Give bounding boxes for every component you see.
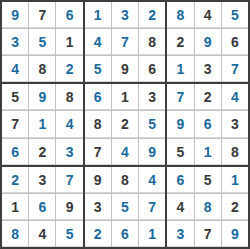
cell-r6c6[interactable]: 9 [139, 139, 165, 165]
cell-r3c3[interactable]: 2 [56, 56, 82, 82]
cell-r7c1[interactable]: 2 [2, 167, 28, 193]
cell-r5c8[interactable]: 6 [195, 111, 221, 137]
cell-r8c3[interactable]: 9 [56, 194, 82, 220]
cell-r4c2[interactable]: 9 [29, 84, 55, 110]
cell-r1c1[interactable]: 9 [2, 2, 28, 28]
cell-r4c8[interactable]: 2 [195, 84, 221, 110]
cell-r1c9[interactable]: 5 [222, 2, 248, 28]
cell-r1c3[interactable]: 6 [56, 2, 82, 28]
cell-r9c7[interactable]: 3 [167, 221, 193, 247]
cell-r5c5[interactable]: 2 [112, 111, 138, 137]
cell-r7c8[interactable]: 5 [195, 167, 221, 193]
cell-r7c9[interactable]: 1 [222, 167, 248, 193]
cell-r5c9[interactable]: 3 [222, 111, 248, 137]
cell-r1c4[interactable]: 1 [85, 2, 111, 28]
cell-r8c4[interactable]: 3 [85, 194, 111, 220]
cell-r7c3[interactable]: 7 [56, 167, 82, 193]
cell-r9c2[interactable]: 4 [29, 221, 55, 247]
cell-r3c1[interactable]: 4 [2, 56, 28, 82]
cell-r3c4[interactable]: 5 [85, 56, 111, 82]
cell-r8c7[interactable]: 4 [167, 194, 193, 220]
cell-r5c6[interactable]: 5 [139, 111, 165, 137]
sudoku-box-2: 132478596 [85, 2, 166, 82]
cell-r9c6[interactable]: 1 [139, 221, 165, 247]
cell-r8c1[interactable]: 1 [2, 194, 28, 220]
cell-r3c5[interactable]: 9 [112, 56, 138, 82]
cell-r6c3[interactable]: 3 [56, 139, 82, 165]
sudoku-box-6: 724963518 [167, 84, 248, 164]
cell-r9c5[interactable]: 6 [112, 221, 138, 247]
cell-r4c6[interactable]: 3 [139, 84, 165, 110]
cell-r7c2[interactable]: 3 [29, 167, 55, 193]
cell-r1c2[interactable]: 7 [29, 2, 55, 28]
cell-r6c7[interactable]: 5 [167, 139, 193, 165]
cell-r3c8[interactable]: 3 [195, 56, 221, 82]
sudoku-box-9: 651482379 [167, 167, 248, 247]
cell-r2c3[interactable]: 1 [56, 29, 82, 55]
cell-r4c1[interactable]: 5 [2, 84, 28, 110]
cell-r4c9[interactable]: 4 [222, 84, 248, 110]
sudoku-page: 9763514821324785968452961375987146236138… [0, 0, 250, 249]
cell-r7c6[interactable]: 4 [139, 167, 165, 193]
cell-r3c7[interactable]: 1 [167, 56, 193, 82]
sudoku-box-8: 984357261 [85, 167, 166, 247]
cell-r2c8[interactable]: 9 [195, 29, 221, 55]
sudoku-box-4: 598714623 [2, 84, 83, 164]
sudoku-box-7: 237169845 [2, 167, 83, 247]
cell-r5c1[interactable]: 7 [2, 111, 28, 137]
cell-r1c8[interactable]: 4 [195, 2, 221, 28]
cell-r4c3[interactable]: 8 [56, 84, 82, 110]
cell-r6c8[interactable]: 1 [195, 139, 221, 165]
cell-r2c5[interactable]: 7 [112, 29, 138, 55]
cell-r6c2[interactable]: 2 [29, 139, 55, 165]
cell-r4c4[interactable]: 6 [85, 84, 111, 110]
cell-r9c4[interactable]: 2 [85, 221, 111, 247]
sudoku-box-3: 845296137 [167, 2, 248, 82]
sudoku-box-5: 613825749 [85, 84, 166, 164]
sudoku-box-1: 976351482 [2, 2, 83, 82]
cell-r7c4[interactable]: 9 [85, 167, 111, 193]
cell-r5c4[interactable]: 8 [85, 111, 111, 137]
cell-r9c1[interactable]: 8 [2, 221, 28, 247]
cell-r1c7[interactable]: 8 [167, 2, 193, 28]
cell-r1c5[interactable]: 3 [112, 2, 138, 28]
cell-r2c9[interactable]: 6 [222, 29, 248, 55]
cell-r6c4[interactable]: 7 [85, 139, 111, 165]
cell-r2c4[interactable]: 4 [85, 29, 111, 55]
cell-r7c5[interactable]: 8 [112, 167, 138, 193]
cell-r2c2[interactable]: 5 [29, 29, 55, 55]
cell-r6c1[interactable]: 6 [2, 139, 28, 165]
cell-r9c3[interactable]: 5 [56, 221, 82, 247]
cell-r3c2[interactable]: 8 [29, 56, 55, 82]
cell-r1c6[interactable]: 2 [139, 2, 165, 28]
cell-r8c5[interactable]: 5 [112, 194, 138, 220]
cell-r2c7[interactable]: 2 [167, 29, 193, 55]
cell-r6c9[interactable]: 8 [222, 139, 248, 165]
cell-r7c7[interactable]: 6 [167, 167, 193, 193]
cell-r8c6[interactable]: 7 [139, 194, 165, 220]
cell-r2c6[interactable]: 8 [139, 29, 165, 55]
cell-r5c7[interactable]: 9 [167, 111, 193, 137]
cell-r8c8[interactable]: 8 [195, 194, 221, 220]
cell-r9c8[interactable]: 7 [195, 221, 221, 247]
cell-r5c3[interactable]: 4 [56, 111, 82, 137]
cell-r6c5[interactable]: 4 [112, 139, 138, 165]
cell-r8c9[interactable]: 2 [222, 194, 248, 220]
cell-r3c6[interactable]: 6 [139, 56, 165, 82]
cell-r9c9[interactable]: 9 [222, 221, 248, 247]
cell-r3c9[interactable]: 7 [222, 56, 248, 82]
cell-r4c7[interactable]: 7 [167, 84, 193, 110]
sudoku-board: 9763514821324785968452961375987146236138… [0, 0, 250, 249]
cell-r2c1[interactable]: 3 [2, 29, 28, 55]
cell-r4c5[interactable]: 1 [112, 84, 138, 110]
cell-r5c2[interactable]: 1 [29, 111, 55, 137]
cell-r8c2[interactable]: 6 [29, 194, 55, 220]
